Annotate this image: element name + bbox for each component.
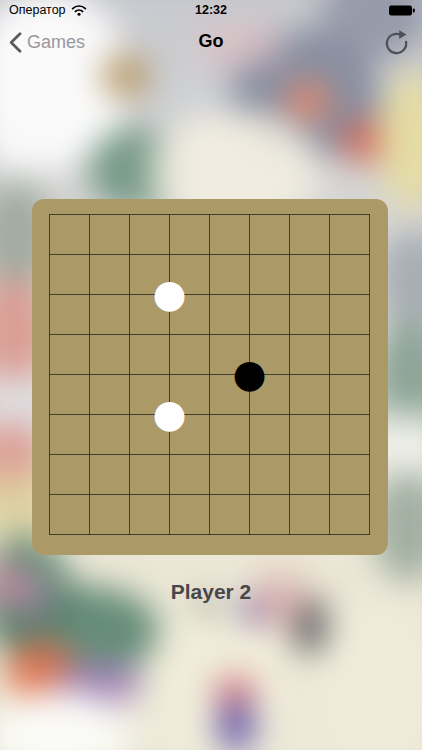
intersection-C6[interactable]: [110, 315, 150, 355]
clock: 12:32: [0, 3, 422, 17]
intersection-H8[interactable]: [310, 235, 350, 275]
intersection-F5[interactable]: ●: [230, 355, 270, 395]
intersection-F3[interactable]: [230, 435, 270, 475]
intersection-H4[interactable]: [310, 395, 350, 435]
intersection-J8[interactable]: [350, 235, 390, 275]
app-screen: Оператор 12:32 Games Go: [0, 0, 422, 750]
intersection-C5[interactable]: [110, 355, 150, 395]
intersection-G7[interactable]: [270, 275, 310, 315]
intersection-C7[interactable]: [110, 275, 150, 315]
intersection-D8[interactable]: [150, 235, 190, 275]
intersection-F1[interactable]: [230, 515, 270, 555]
intersection-J1[interactable]: [350, 515, 390, 555]
intersection-D3[interactable]: [150, 435, 190, 475]
intersection-E7[interactable]: [190, 275, 230, 315]
bg-blob: [216, 700, 256, 750]
intersection-E1[interactable]: [190, 515, 230, 555]
intersection-H6[interactable]: [310, 315, 350, 355]
intersection-E2[interactable]: [190, 475, 230, 515]
intersection-F4[interactable]: [230, 395, 270, 435]
intersection-H5[interactable]: [310, 355, 350, 395]
intersection-C4[interactable]: [110, 395, 150, 435]
bg-blob: [320, 600, 422, 750]
intersection-G2[interactable]: [270, 475, 310, 515]
intersection-B6[interactable]: [70, 315, 110, 355]
white-stone: ●: [152, 274, 186, 313]
intersection-E8[interactable]: [190, 235, 230, 275]
intersection-D1[interactable]: [150, 515, 190, 555]
current-player-label: Player 2: [0, 580, 422, 604]
intersection-C1[interactable]: [110, 515, 150, 555]
intersection-J9[interactable]: [350, 195, 390, 235]
intersection-D2[interactable]: [150, 475, 190, 515]
intersection-A3[interactable]: [30, 435, 70, 475]
intersection-H1[interactable]: [310, 515, 350, 555]
intersection-A4[interactable]: [30, 395, 70, 435]
intersection-A6[interactable]: [30, 315, 70, 355]
intersection-A8[interactable]: [30, 235, 70, 275]
intersection-J7[interactable]: [350, 275, 390, 315]
status-bar: Оператор 12:32: [0, 0, 422, 20]
intersection-D6[interactable]: [150, 315, 190, 355]
intersection-A9[interactable]: [30, 195, 70, 235]
intersection-D7[interactable]: ●: [150, 275, 190, 315]
bg-blob: [285, 80, 331, 122]
refresh-icon: [383, 29, 410, 56]
battery-icon: [389, 5, 415, 16]
intersection-H7[interactable]: [310, 275, 350, 315]
intersection-J4[interactable]: [350, 395, 390, 435]
intersection-E6[interactable]: [190, 315, 230, 355]
intersection-G3[interactable]: [270, 435, 310, 475]
intersection-F2[interactable]: [230, 475, 270, 515]
intersection-B2[interactable]: [70, 475, 110, 515]
intersection-H2[interactable]: [310, 475, 350, 515]
intersection-G8[interactable]: [270, 235, 310, 275]
intersection-F6[interactable]: [230, 315, 270, 355]
intersection-B8[interactable]: [70, 235, 110, 275]
intersection-G6[interactable]: [270, 315, 310, 355]
intersection-H9[interactable]: [310, 195, 350, 235]
intersection-A7[interactable]: [30, 275, 70, 315]
black-stone: ●: [232, 354, 266, 393]
intersection-J5[interactable]: [350, 355, 390, 395]
bg-blob: [378, 70, 422, 210]
intersection-A5[interactable]: [30, 355, 70, 395]
intersection-B1[interactable]: [70, 515, 110, 555]
refresh-button[interactable]: [380, 26, 412, 58]
intersection-E5[interactable]: [190, 355, 230, 395]
intersection-J2[interactable]: [350, 475, 390, 515]
intersection-H3[interactable]: [310, 435, 350, 475]
intersection-D4[interactable]: ●: [150, 395, 190, 435]
intersection-F7[interactable]: [230, 275, 270, 315]
intersection-J6[interactable]: [350, 315, 390, 355]
page-title: Go: [0, 31, 422, 52]
intersection-J3[interactable]: [350, 435, 390, 475]
intersection-C3[interactable]: [110, 435, 150, 475]
go-grid: ●●●: [30, 195, 390, 555]
intersection-G4[interactable]: [270, 395, 310, 435]
intersection-E4[interactable]: [190, 395, 230, 435]
white-stone: ●: [152, 394, 186, 433]
intersection-C9[interactable]: [110, 195, 150, 235]
intersection-G9[interactable]: [270, 195, 310, 235]
navigation-bar: Games Go: [0, 20, 422, 64]
intersection-G1[interactable]: [270, 515, 310, 555]
intersection-C8[interactable]: [110, 235, 150, 275]
intersection-E3[interactable]: [190, 435, 230, 475]
intersection-B5[interactable]: [70, 355, 110, 395]
intersection-D5[interactable]: [150, 355, 190, 395]
intersection-B4[interactable]: [70, 395, 110, 435]
intersection-G5[interactable]: [270, 355, 310, 395]
intersection-A1[interactable]: [30, 515, 70, 555]
intersection-D9[interactable]: [150, 195, 190, 235]
intersection-B3[interactable]: [70, 435, 110, 475]
intersection-F9[interactable]: [230, 195, 270, 235]
go-board: ●●●: [32, 199, 388, 555]
intersection-B7[interactable]: [70, 275, 110, 315]
intersection-A2[interactable]: [30, 475, 70, 515]
intersection-B9[interactable]: [70, 195, 110, 235]
intersection-E9[interactable]: [190, 195, 230, 235]
intersection-C2[interactable]: [110, 475, 150, 515]
intersection-F8[interactable]: [230, 235, 270, 275]
